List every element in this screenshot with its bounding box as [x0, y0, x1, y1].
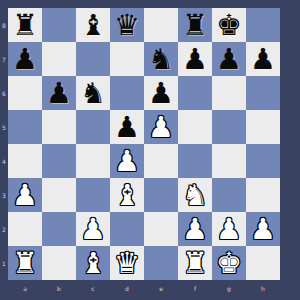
square-e8[interactable]: [144, 8, 178, 42]
square-b6[interactable]: ♟: [42, 76, 76, 110]
square-f6[interactable]: [178, 76, 212, 110]
piece-black-pawn: ♟: [114, 110, 140, 144]
piece-white-rook: ♜: [12, 246, 38, 280]
piece-black-knight: ♞: [148, 42, 174, 76]
piece-white-pawn: ♟: [114, 144, 140, 178]
file-labels: abcdefgh: [8, 282, 280, 294]
square-b3[interactable]: [42, 178, 76, 212]
square-g2[interactable]: ♟: [212, 212, 246, 246]
file-label: g: [212, 282, 246, 294]
rank-label: 7: [0, 42, 8, 76]
square-d3[interactable]: ♝: [110, 178, 144, 212]
piece-black-rook: ♜: [182, 8, 208, 42]
piece-white-rook: ♜: [182, 246, 208, 280]
piece-white-pawn: ♟: [216, 212, 242, 246]
square-g8[interactable]: ♚: [212, 8, 246, 42]
file-label: f: [178, 282, 212, 294]
square-d5[interactable]: ♟: [110, 110, 144, 144]
piece-white-pawn: ♟: [80, 212, 106, 246]
square-d8[interactable]: ♛: [110, 8, 144, 42]
piece-black-pawn: ♟: [46, 76, 72, 110]
square-c6[interactable]: ♞: [76, 76, 110, 110]
square-d4[interactable]: ♟: [110, 144, 144, 178]
square-b1[interactable]: [42, 246, 76, 280]
square-c3[interactable]: [76, 178, 110, 212]
square-e5[interactable]: ♟: [144, 110, 178, 144]
piece-black-pawn: ♟: [12, 42, 38, 76]
chess-board: ♜♝♛♜♚♟♞♟♟♟♟♞♟♟♟♟♟♝♞♟♟♟♟♜♝♛♜♚: [8, 8, 280, 280]
square-f8[interactable]: ♜: [178, 8, 212, 42]
square-e7[interactable]: ♞: [144, 42, 178, 76]
square-c2[interactable]: ♟: [76, 212, 110, 246]
square-f2[interactable]: ♟: [178, 212, 212, 246]
square-g7[interactable]: ♟: [212, 42, 246, 76]
square-a5[interactable]: [8, 110, 42, 144]
piece-white-bishop: ♝: [114, 178, 140, 212]
square-e2[interactable]: [144, 212, 178, 246]
square-a8[interactable]: ♜: [8, 8, 42, 42]
square-g4[interactable]: [212, 144, 246, 178]
square-h6[interactable]: [246, 76, 280, 110]
piece-white-pawn: ♟: [148, 110, 174, 144]
square-e6[interactable]: ♟: [144, 76, 178, 110]
piece-black-pawn: ♟: [250, 42, 276, 76]
square-g6[interactable]: [212, 76, 246, 110]
square-c7[interactable]: [76, 42, 110, 76]
piece-black-pawn: ♟: [148, 76, 174, 110]
square-b8[interactable]: [42, 8, 76, 42]
rank-label: 6: [0, 76, 8, 110]
rank-label: 2: [0, 212, 8, 246]
square-g1[interactable]: ♚: [212, 246, 246, 280]
piece-black-pawn: ♟: [216, 42, 242, 76]
piece-white-pawn: ♟: [250, 212, 276, 246]
piece-black-pawn: ♟: [182, 42, 208, 76]
square-h7[interactable]: ♟: [246, 42, 280, 76]
square-c5[interactable]: [76, 110, 110, 144]
square-h1[interactable]: [246, 246, 280, 280]
square-d2[interactable]: [110, 212, 144, 246]
square-h5[interactable]: [246, 110, 280, 144]
piece-white-pawn: ♟: [182, 212, 208, 246]
square-e4[interactable]: [144, 144, 178, 178]
rank-label: 8: [0, 8, 8, 42]
square-c1[interactable]: ♝: [76, 246, 110, 280]
piece-black-knight: ♞: [80, 76, 106, 110]
piece-black-queen: ♛: [114, 8, 140, 42]
square-c4[interactable]: [76, 144, 110, 178]
square-f4[interactable]: [178, 144, 212, 178]
file-label: e: [144, 282, 178, 294]
square-a7[interactable]: ♟: [8, 42, 42, 76]
file-label: d: [110, 282, 144, 294]
rank-label: 4: [0, 144, 8, 178]
rank-label: 5: [0, 110, 8, 144]
piece-black-bishop: ♝: [80, 8, 106, 42]
piece-white-king: ♚: [216, 246, 242, 280]
piece-white-pawn: ♟: [12, 178, 38, 212]
square-f7[interactable]: ♟: [178, 42, 212, 76]
piece-black-rook: ♜: [12, 8, 38, 42]
square-a3[interactable]: ♟: [8, 178, 42, 212]
square-f1[interactable]: ♜: [178, 246, 212, 280]
piece-white-queen: ♛: [114, 246, 140, 280]
square-a4[interactable]: [8, 144, 42, 178]
square-h8[interactable]: [246, 8, 280, 42]
square-b7[interactable]: [42, 42, 76, 76]
square-g3[interactable]: [212, 178, 246, 212]
square-a2[interactable]: [8, 212, 42, 246]
file-label: c: [76, 282, 110, 294]
piece-white-knight: ♞: [182, 178, 208, 212]
piece-black-king: ♚: [216, 8, 242, 42]
square-e1[interactable]: [144, 246, 178, 280]
file-label: b: [42, 282, 76, 294]
square-a6[interactable]: [8, 76, 42, 110]
square-b2[interactable]: [42, 212, 76, 246]
rank-label: 1: [0, 246, 8, 280]
chess-board-frame: 87654321 ♜♝♛♜♚♟♞♟♟♟♟♞♟♟♟♟♟♝♞♟♟♟♟♜♝♛♜♚ ab…: [0, 0, 300, 300]
rank-labels: 87654321: [0, 8, 8, 280]
rank-label: 3: [0, 178, 8, 212]
square-b4[interactable]: [42, 144, 76, 178]
square-c8[interactable]: ♝: [76, 8, 110, 42]
square-d6[interactable]: [110, 76, 144, 110]
square-h4[interactable]: [246, 144, 280, 178]
square-a1[interactable]: ♜: [8, 246, 42, 280]
square-f3[interactable]: ♞: [178, 178, 212, 212]
square-h3[interactable]: [246, 178, 280, 212]
square-f5[interactable]: [178, 110, 212, 144]
square-b5[interactable]: [42, 110, 76, 144]
square-e3[interactable]: [144, 178, 178, 212]
file-label: h: [246, 282, 280, 294]
square-h2[interactable]: ♟: [246, 212, 280, 246]
file-label: a: [8, 282, 42, 294]
square-d7[interactable]: [110, 42, 144, 76]
square-d1[interactable]: ♛: [110, 246, 144, 280]
square-g5[interactable]: [212, 110, 246, 144]
piece-white-bishop: ♝: [80, 246, 106, 280]
